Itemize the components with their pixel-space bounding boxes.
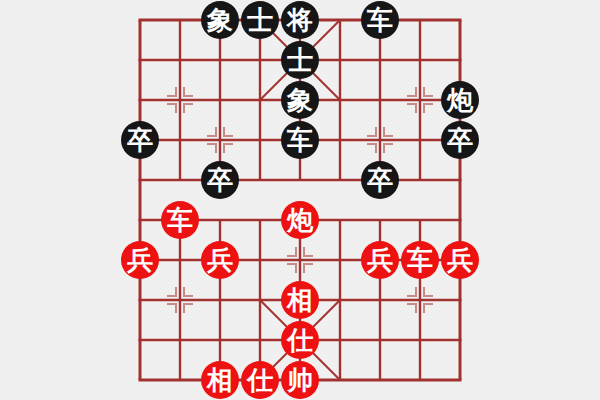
red-pawn[interactable]: 兵 — [441, 241, 479, 279]
black-pawn[interactable]: 卒 — [201, 161, 239, 199]
black-pawn[interactable]: 卒 — [361, 161, 399, 199]
black-chariot[interactable]: 车 — [361, 1, 399, 39]
star-point-marker — [367, 127, 376, 136]
star-point-marker — [184, 304, 193, 313]
star-point-marker — [407, 87, 416, 96]
star-point-marker — [304, 247, 313, 256]
red-chariot[interactable]: 车 — [401, 241, 439, 279]
star-point-marker — [207, 144, 216, 153]
star-point-marker — [424, 304, 433, 313]
star-point-marker — [407, 104, 416, 113]
star-point-marker — [184, 287, 193, 296]
red-pawn[interactable]: 兵 — [201, 241, 239, 279]
red-general[interactable]: 帅 — [281, 361, 319, 399]
xiangqi-board: 象士将车士象炮卒车卒卒卒车炮兵兵兵车兵相仕相仕帅 — [0, 0, 600, 400]
star-point-marker — [407, 304, 416, 313]
star-point-marker — [384, 127, 393, 136]
black-advisor[interactable]: 士 — [281, 41, 319, 79]
star-point-marker — [207, 127, 216, 136]
red-elephant[interactable]: 相 — [281, 281, 319, 319]
star-point-marker — [167, 287, 176, 296]
star-point-marker — [384, 144, 393, 153]
star-point-marker — [224, 144, 233, 153]
red-cannon[interactable]: 炮 — [281, 201, 319, 239]
star-point-marker — [184, 104, 193, 113]
star-point-marker — [287, 264, 296, 273]
star-point-marker — [167, 87, 176, 96]
black-cannon[interactable]: 炮 — [441, 81, 479, 119]
star-point-marker — [367, 144, 376, 153]
red-elephant[interactable]: 相 — [201, 361, 239, 399]
black-pawn[interactable]: 卒 — [121, 121, 159, 159]
red-pawn[interactable]: 兵 — [121, 241, 159, 279]
red-advisor[interactable]: 仕 — [241, 361, 279, 399]
black-advisor[interactable]: 士 — [241, 1, 279, 39]
star-point-marker — [224, 127, 233, 136]
star-point-marker — [424, 287, 433, 296]
star-point-marker — [167, 104, 176, 113]
star-point-marker — [424, 104, 433, 113]
star-point-marker — [407, 287, 416, 296]
star-point-marker — [424, 87, 433, 96]
black-elephant[interactable]: 象 — [281, 81, 319, 119]
black-chariot[interactable]: 车 — [281, 121, 319, 159]
red-advisor[interactable]: 仕 — [281, 321, 319, 359]
black-elephant[interactable]: 象 — [201, 1, 239, 39]
star-point-marker — [167, 304, 176, 313]
star-point-marker — [184, 87, 193, 96]
black-general[interactable]: 将 — [281, 1, 319, 39]
red-chariot[interactable]: 车 — [161, 201, 199, 239]
red-pawn[interactable]: 兵 — [361, 241, 399, 279]
black-pawn[interactable]: 卒 — [441, 121, 479, 159]
star-point-marker — [304, 264, 313, 273]
star-point-marker — [287, 247, 296, 256]
